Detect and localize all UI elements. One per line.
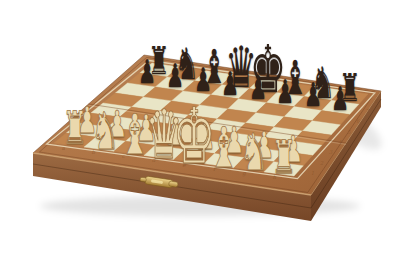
piece-black-pawn-h7[interactable]: ♟ bbox=[331, 84, 349, 117]
piece-white-knight-g1[interactable]: ♞ bbox=[240, 126, 269, 178]
chess-set-photo: abcdefgh12345678 ♜♞♝♛♚♝♞♜♟♟♟♟♟♟♟♟♟♟♟♟♟♟♟… bbox=[0, 0, 420, 259]
piece-black-pawn-g7[interactable]: ♟ bbox=[304, 80, 322, 113]
piece-white-knight-b1[interactable]: ♞ bbox=[90, 106, 119, 158]
piece-white-rook-a1[interactable]: ♜ bbox=[62, 106, 87, 152]
pieces-layer: ♜♞♝♛♚♝♞♜♟♟♟♟♟♟♟♟♟♟♟♟♟♟♟♟♜♞♝♛♚♝♞♜ bbox=[0, 0, 420, 259]
piece-black-pawn-e7[interactable]: ♟ bbox=[249, 72, 267, 105]
piece-black-pawn-b7[interactable]: ♟ bbox=[166, 60, 184, 93]
piece-black-pawn-f7[interactable]: ♟ bbox=[276, 76, 294, 109]
piece-white-rook-h1[interactable]: ♜ bbox=[271, 135, 296, 181]
piece-black-pawn-a7[interactable]: ♟ bbox=[138, 56, 156, 89]
piece-white-bishop-f1[interactable]: ♝ bbox=[209, 119, 240, 175]
piece-black-pawn-d7[interactable]: ♟ bbox=[221, 68, 239, 101]
